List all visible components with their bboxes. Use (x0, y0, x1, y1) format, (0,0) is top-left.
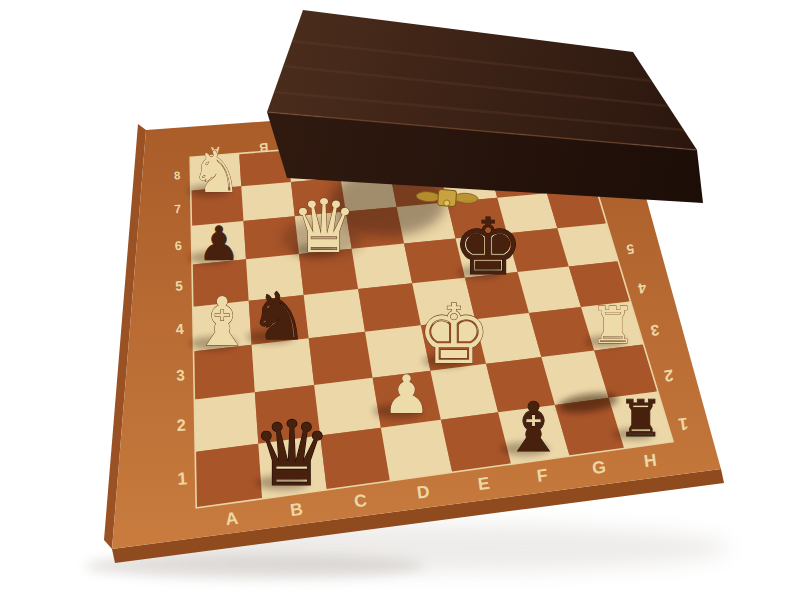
piece-black-bishop-f1: ♝ (503, 388, 564, 467)
file-label-bottom-g: G (591, 457, 607, 479)
piece-white-knight-a8: ♞ (190, 139, 241, 206)
square-d4 (358, 283, 421, 331)
rank-label-left-4: 4 (175, 321, 184, 337)
piece-white-queen-c6: ♛ (291, 183, 357, 269)
clasp-knob (444, 200, 450, 206)
square-c3 (309, 332, 373, 385)
rank-label-left-7: 7 (174, 202, 182, 216)
storage-box (267, 10, 703, 208)
chess-set-product-photo: ABCDEFGHAB8765432112345♞♛♟♚♞♜♝♚♟♜♝♛ (0, 0, 800, 600)
square-c4 (304, 289, 365, 338)
piece-white-pawn-d2: ♟ (383, 364, 431, 426)
rank-label-left-6: 6 (174, 238, 182, 253)
rank-label-left-5: 5 (175, 278, 184, 293)
file-label-top-b: B (259, 140, 269, 155)
file-label-bottom-h: H (643, 450, 658, 471)
chessboard-photo-canvas: ABCDEFGHAB8765432112345♞♛♟♚♞♜♝♚♟♜♝♛ (0, 0, 800, 600)
rank-label-left-2: 2 (176, 415, 186, 433)
piece-black-pawn-a6: ♟ (198, 216, 240, 271)
piece-black-king-f5: ♚ (453, 201, 523, 292)
square-a2 (195, 392, 258, 452)
piece-white-rook-h3: ♜ (590, 296, 636, 355)
rank-label-left-3: 3 (176, 366, 185, 383)
square-b7 (241, 182, 294, 221)
rank-label-left-8: 8 (174, 169, 181, 181)
piece-black-queen-b1: ♛ (252, 402, 333, 506)
piece-black-rook-h1: ♜ (618, 389, 663, 448)
square-d5 (352, 243, 413, 289)
piece-black-knight-b4: ♞ (249, 278, 308, 354)
piece-white-bishop-a4: ♝ (192, 283, 252, 361)
rank-label-left-1: 1 (177, 468, 188, 488)
file-label-bottom-d: D (416, 481, 431, 502)
square-d1 (381, 420, 452, 480)
